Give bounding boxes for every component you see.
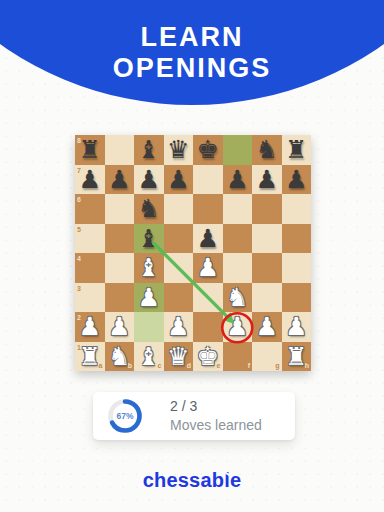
piece-black-bishop: ♝ xyxy=(134,224,164,254)
chess-board[interactable]: 8♜♝♛♚♞♜7♟♟♟♟♟♟♟6♞5♝♟4♝♟3♟♞2♟♟♟♟♟♟1a♜b♞c♝… xyxy=(75,135,311,371)
square-a5[interactable]: 5 xyxy=(75,224,105,254)
square-f8[interactable] xyxy=(223,135,253,165)
square-e5[interactable]: ♟ xyxy=(193,224,223,254)
piece-black-queen: ♛ xyxy=(164,135,194,165)
piece-white-pawn: ♟ xyxy=(164,312,194,342)
piece-white-knight: ♞ xyxy=(223,283,253,313)
square-g7[interactable]: ♟ xyxy=(252,165,282,195)
square-f1[interactable]: f xyxy=(223,342,253,372)
rank-label-7: 7 xyxy=(77,167,81,174)
square-b7[interactable]: ♟ xyxy=(105,165,135,195)
square-a2[interactable]: 2♟ xyxy=(75,312,105,342)
progress-text: 2 / 3 Moves learned xyxy=(170,397,262,435)
square-g4[interactable] xyxy=(252,253,282,283)
square-a8[interactable]: 8♜ xyxy=(75,135,105,165)
square-h5[interactable] xyxy=(282,224,312,254)
square-f2[interactable]: ♟ xyxy=(223,312,253,342)
piece-white-pawn: ♟ xyxy=(105,312,135,342)
square-a1[interactable]: 1a♜ xyxy=(75,342,105,372)
square-a7[interactable]: 7♟ xyxy=(75,165,105,195)
progress-caption: Moves learned xyxy=(170,416,262,435)
square-e8[interactable]: ♚ xyxy=(193,135,223,165)
piece-white-pawn: ♟ xyxy=(193,253,223,283)
progress-card: 67% 2 / 3 Moves learned xyxy=(93,392,295,440)
square-g2[interactable]: ♟ xyxy=(252,312,282,342)
square-h4[interactable] xyxy=(282,253,312,283)
square-a3[interactable]: 3 xyxy=(75,283,105,313)
square-e2[interactable] xyxy=(193,312,223,342)
square-a6[interactable]: 6 xyxy=(75,194,105,224)
square-g1[interactable]: g xyxy=(252,342,282,372)
rank-label-3: 3 xyxy=(77,285,81,292)
square-d1[interactable]: d♛ xyxy=(164,342,194,372)
square-h6[interactable] xyxy=(282,194,312,224)
progress-ring: 67% xyxy=(106,397,144,435)
square-h1[interactable]: h♜ xyxy=(282,342,312,372)
square-f3[interactable]: ♞ xyxy=(223,283,253,313)
piece-black-pawn: ♟ xyxy=(164,165,194,195)
square-a4[interactable]: 4 xyxy=(75,253,105,283)
piece-black-pawn: ♟ xyxy=(252,165,282,195)
square-c5[interactable]: ♝ xyxy=(134,224,164,254)
square-b8[interactable] xyxy=(105,135,135,165)
square-e6[interactable] xyxy=(193,194,223,224)
square-h7[interactable]: ♟ xyxy=(282,165,312,195)
rank-label-8: 8 xyxy=(77,137,81,144)
square-f6[interactable] xyxy=(223,194,253,224)
square-b1[interactable]: b♞ xyxy=(105,342,135,372)
file-label-a: a xyxy=(99,362,103,369)
square-f5[interactable] xyxy=(223,224,253,254)
square-b2[interactable]: ♟ xyxy=(105,312,135,342)
piece-white-pawn: ♟ xyxy=(282,312,312,342)
square-e4[interactable]: ♟ xyxy=(193,253,223,283)
app-screen: LEARN OPENINGS 8♜♝♛♚♞♜7♟♟♟♟♟♟♟6♞5♝♟4♝♟3♟… xyxy=(0,0,384,512)
piece-black-bishop: ♝ xyxy=(134,135,164,165)
piece-white-pawn: ♟ xyxy=(252,312,282,342)
rank-label-5: 5 xyxy=(77,226,81,233)
square-c3[interactable]: ♟ xyxy=(134,283,164,313)
piece-white-pawn: ♟ xyxy=(134,283,164,313)
square-e3[interactable] xyxy=(193,283,223,313)
piece-black-pawn: ♟ xyxy=(223,165,253,195)
square-b5[interactable] xyxy=(105,224,135,254)
piece-black-king: ♚ xyxy=(193,135,223,165)
square-d3[interactable] xyxy=(164,283,194,313)
banner-title-line1: LEARN xyxy=(0,22,384,53)
rank-label-6: 6 xyxy=(77,196,81,203)
file-label-g: g xyxy=(275,362,279,369)
piece-black-pawn: ♟ xyxy=(134,165,164,195)
square-h8[interactable]: ♜ xyxy=(282,135,312,165)
square-h2[interactable]: ♟ xyxy=(282,312,312,342)
square-b6[interactable] xyxy=(105,194,135,224)
rank-label-2: 2 xyxy=(77,314,81,321)
square-b4[interactable] xyxy=(105,253,135,283)
square-f7[interactable]: ♟ xyxy=(223,165,253,195)
logo-prefix: chessab xyxy=(143,469,224,491)
square-f4[interactable] xyxy=(223,253,253,283)
square-g6[interactable] xyxy=(252,194,282,224)
progress-fraction: 2 / 3 xyxy=(170,397,262,416)
piece-white-pawn: ♟ xyxy=(223,312,253,342)
square-d4[interactable] xyxy=(164,253,194,283)
file-label-f: f xyxy=(248,362,250,369)
square-g5[interactable] xyxy=(252,224,282,254)
logo-suffix: e xyxy=(230,469,241,491)
square-c1[interactable]: c♝ xyxy=(134,342,164,372)
banner-title: LEARN OPENINGS xyxy=(0,22,384,84)
square-d2[interactable]: ♟ xyxy=(164,312,194,342)
rank-label-1: 1 xyxy=(77,344,81,351)
square-d7[interactable]: ♟ xyxy=(164,165,194,195)
square-e1[interactable]: e♚ xyxy=(193,342,223,372)
square-c8[interactable]: ♝ xyxy=(134,135,164,165)
file-label-d: d xyxy=(187,362,191,369)
file-label-h: h xyxy=(305,362,309,369)
piece-black-pawn: ♟ xyxy=(193,224,223,254)
piece-black-knight: ♞ xyxy=(134,194,164,224)
square-h3[interactable] xyxy=(282,283,312,313)
square-c4[interactable]: ♝ xyxy=(134,253,164,283)
square-g8[interactable]: ♞ xyxy=(252,135,282,165)
file-label-c: c xyxy=(158,362,162,369)
square-d6[interactable] xyxy=(164,194,194,224)
piece-white-bishop: ♝ xyxy=(134,253,164,283)
square-b3[interactable] xyxy=(105,283,135,313)
banner-title-line2: OPENINGS xyxy=(0,53,384,84)
square-e7[interactable] xyxy=(193,165,223,195)
piece-black-pawn: ♟ xyxy=(282,165,312,195)
square-d5[interactable] xyxy=(164,224,194,254)
progress-percent-label: 67% xyxy=(106,397,144,435)
square-d8[interactable]: ♛ xyxy=(164,135,194,165)
square-c7[interactable]: ♟ xyxy=(134,165,164,195)
chess-board-container: 8♜♝♛♚♞♜7♟♟♟♟♟♟♟6♞5♝♟4♝♟3♟♞2♟♟♟♟♟♟1a♜b♞c♝… xyxy=(75,135,311,371)
file-label-e: e xyxy=(217,362,221,369)
piece-black-knight: ♞ xyxy=(252,135,282,165)
chessable-logo: chessable xyxy=(0,469,384,492)
square-g3[interactable] xyxy=(252,283,282,313)
square-c6[interactable]: ♞ xyxy=(134,194,164,224)
piece-black-rook: ♜ xyxy=(282,135,312,165)
piece-black-pawn: ♟ xyxy=(105,165,135,195)
logo-stylized-l: l xyxy=(224,469,230,492)
file-label-b: b xyxy=(128,362,132,369)
square-c2[interactable] xyxy=(134,312,164,342)
rank-label-4: 4 xyxy=(77,255,81,262)
